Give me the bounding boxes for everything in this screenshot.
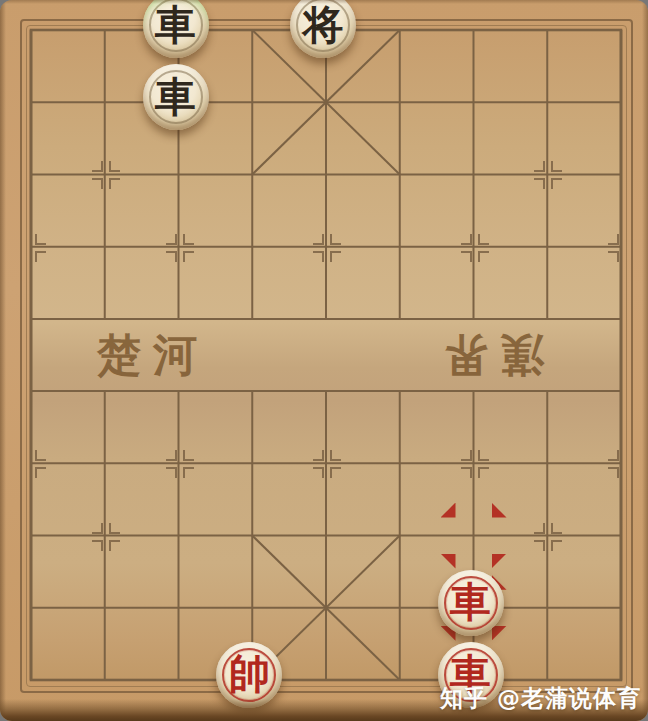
black-general[interactable]: 将 <box>290 0 356 58</box>
red-chariot-a[interactable]: 車 <box>438 570 504 636</box>
black-chariot-b[interactable]: 車 <box>143 64 209 130</box>
piece-character: 帥 <box>216 642 282 708</box>
piece-ring <box>149 0 203 52</box>
piece-character: 車 <box>143 64 209 130</box>
piece-character: 車 <box>143 0 209 58</box>
watermark: 知乎 @老蒲说体育 <box>440 683 641 714</box>
red-marshal[interactable]: 帥 <box>216 642 282 708</box>
black-chariot-a[interactable]: 車 <box>143 0 209 58</box>
xiangqi-game-screen: 楚河 漢界 車将車車車帥 知乎 @老蒲说体育 <box>0 0 648 721</box>
piece-character: 車 <box>438 570 504 636</box>
pieces-layer[interactable]: 車将車車車帥 <box>0 0 648 721</box>
piece-character: 将 <box>290 0 356 58</box>
